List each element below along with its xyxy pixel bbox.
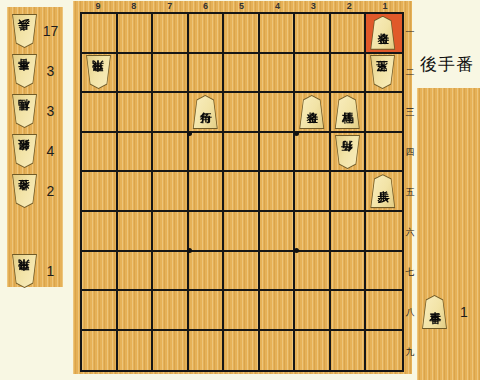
star-point (294, 248, 299, 253)
board-cell-9-4[interactable] (82, 133, 118, 173)
hand-count-香車: 1 (448, 304, 480, 320)
board-cell-8-4[interactable] (118, 133, 154, 173)
board-cell-9-7[interactable] (82, 252, 118, 292)
piece-kanji: 香車 (19, 55, 31, 80)
piece-kanji: 王将 (377, 56, 389, 81)
hand-slot-歩兵: 歩兵17 (7, 11, 63, 51)
piece-kanji: 角行 (200, 103, 212, 128)
board-cell-5-4[interactable] (224, 133, 260, 173)
board-cell-8-5[interactable] (118, 172, 154, 212)
board-cell-7-5[interactable] (153, 172, 189, 212)
file-label-9: 9 (80, 1, 116, 12)
board-cell-2-1[interactable] (331, 14, 367, 54)
board-cell-4-3[interactable] (260, 93, 296, 133)
board-cell-2-7[interactable] (331, 252, 367, 292)
file-label-7: 7 (152, 1, 188, 12)
piece-face: 金将 (370, 17, 395, 49)
board-cell-4-5[interactable] (260, 172, 296, 212)
file-label-2: 2 (331, 1, 367, 12)
board-cell-3-7[interactable] (295, 252, 331, 292)
hand-count-歩兵: 17 (38, 23, 63, 39)
board-cell-9-3[interactable] (82, 93, 118, 133)
board-cell-6-1[interactable] (189, 14, 225, 54)
shogi-piece-金将-gote[interactable]: 金将 (11, 174, 38, 208)
board-cell-4-8[interactable] (260, 291, 296, 331)
hand-slot-桂馬: 桂馬3 (7, 91, 63, 131)
board-cell-7-2[interactable] (153, 54, 189, 94)
shogi-piece-銀将-gote[interactable]: 銀将 (11, 134, 38, 168)
board-cell-2-9[interactable] (331, 331, 367, 371)
board-cell-8-9[interactable] (118, 331, 154, 371)
hand-count-金将: 2 (38, 183, 63, 199)
board-cell-7-4[interactable] (153, 133, 189, 173)
board-cell-9-9[interactable] (82, 331, 118, 371)
board-cell-1-7[interactable] (366, 252, 402, 292)
board-cell-4-4[interactable] (260, 133, 296, 173)
shogi-piece-桂馬-gote[interactable]: 桂馬 (11, 94, 38, 128)
hand-slot-銀将: 銀将4 (7, 131, 63, 171)
piece-kanji: 金将 (306, 103, 318, 128)
board-cell-2-2[interactable] (331, 54, 367, 94)
gote-hand-stand: 歩兵17香車3桂馬3銀将4金将2飛車1 (7, 7, 63, 287)
piece-face: 桂馬 (12, 95, 37, 127)
star-point (294, 131, 299, 136)
piece-kanji: 桂馬 (342, 103, 354, 128)
board-cell-5-1[interactable] (224, 14, 260, 54)
board-cell-5-2[interactable] (224, 54, 260, 94)
piece-kanji: 桂馬 (19, 95, 31, 120)
piece-face: 桂馬 (335, 96, 360, 128)
hand-slot-empty (417, 212, 480, 252)
shogi-diagram: 歩兵17香車3桂馬3銀将4金将2飛車1 987654321 金将王将飛車角行金将… (0, 0, 480, 380)
rank-label-6: 六 (405, 213, 415, 253)
board-block: 987654321 金将王将飛車角行金将桂馬角行歩兵 一二三四五六七八九 (73, 1, 412, 374)
turn-indicator: 後手番 (420, 53, 478, 76)
board-cell-9-8[interactable] (82, 291, 118, 331)
piece-kanji: 角行 (342, 136, 354, 161)
board-cell-6-8[interactable] (189, 291, 225, 331)
board-cell-8-1[interactable] (118, 14, 154, 54)
board-cell-6-5[interactable] (189, 172, 225, 212)
piece-kanji: 金将 (377, 24, 389, 49)
file-label-4: 4 (259, 1, 295, 12)
board-cell-3-1[interactable] (295, 14, 331, 54)
board-cell-5-7[interactable] (224, 252, 260, 292)
rank-label-4: 四 (405, 132, 415, 172)
board-cell-6-6[interactable] (189, 212, 225, 252)
board-cell-3-5[interactable] (295, 172, 331, 212)
hand-slot-empty (7, 211, 63, 251)
hand-slot-empty (417, 252, 480, 292)
shogi-piece-香車-gote[interactable]: 香車 (11, 54, 38, 88)
board-cell-9-5[interactable] (82, 172, 118, 212)
piece-face: 金将 (12, 175, 37, 207)
hand-count-銀将: 4 (38, 143, 63, 159)
board-cell-5-3[interactable] (224, 93, 260, 133)
board-cell-7-3[interactable] (153, 93, 189, 133)
rank-label-2: 二 (405, 52, 415, 92)
piece-face: 歩兵 (370, 175, 395, 207)
board-cell-9-1[interactable] (82, 14, 118, 54)
hand-slot-金将: 金将2 (7, 171, 63, 211)
piece-face: 歩兵 (12, 15, 37, 47)
board-cell-4-6[interactable] (260, 212, 296, 252)
board-cell-5-6[interactable] (224, 212, 260, 252)
rank-label-9: 九 (405, 333, 415, 373)
board-cell-6-2[interactable] (189, 54, 225, 94)
board-cell-7-7[interactable] (153, 252, 189, 292)
board-cell-5-5[interactable] (224, 172, 260, 212)
board-cell-4-9[interactable] (260, 331, 296, 371)
hand-slot-empty (417, 92, 480, 132)
piece-kanji: 香車 (429, 303, 441, 328)
rank-labels: 一二三四五六七八九 (405, 12, 415, 373)
file-label-3: 3 (295, 1, 331, 12)
board-cell-6-7[interactable] (189, 252, 225, 292)
piece-kanji: 歩兵 (377, 182, 389, 207)
board-cell-7-9[interactable] (153, 331, 189, 371)
board-cell-2-8[interactable] (331, 291, 367, 331)
shogi-piece-飛車-gote[interactable]: 飛車 (11, 254, 38, 288)
hand-slot-empty (417, 132, 480, 172)
sente-hand-stand: 香車1 (417, 88, 480, 380)
board-cell-2-5[interactable] (331, 172, 367, 212)
board-cell-7-8[interactable] (153, 291, 189, 331)
board-cell-1-8[interactable] (366, 291, 402, 331)
board-cell-3-2[interactable] (295, 54, 331, 94)
board-cell-2-6[interactable] (331, 212, 367, 252)
board-cell-3-9[interactable] (295, 331, 331, 371)
rank-label-5: 五 (405, 172, 415, 212)
rank-label-7: 七 (405, 253, 415, 293)
file-label-6: 6 (188, 1, 224, 12)
board-cell-6-4[interactable] (189, 133, 225, 173)
board-cell-4-1[interactable] (260, 14, 296, 54)
piece-face: 香車 (422, 296, 447, 328)
rank-label-1: 一 (405, 12, 415, 52)
board-cell-8-8[interactable] (118, 291, 154, 331)
board-cell-7-1[interactable] (153, 14, 189, 54)
board-cell-7-6[interactable] (153, 212, 189, 252)
rank-label-3: 三 (405, 92, 415, 132)
hand-slot-empty (417, 172, 480, 212)
piece-face: 飛車 (12, 255, 37, 287)
board-cell-1-3[interactable] (366, 93, 402, 133)
piece-kanji: 歩兵 (19, 15, 31, 40)
board-cell-4-7[interactable] (260, 252, 296, 292)
board-cell-9-6[interactable] (82, 212, 118, 252)
board-cell-8-7[interactable] (118, 252, 154, 292)
board-cell-1-6[interactable] (366, 212, 402, 252)
board-cell-4-2[interactable] (260, 54, 296, 94)
piece-kanji: 飛車 (19, 255, 31, 280)
board-cell-6-9[interactable] (189, 331, 225, 371)
file-label-1: 1 (367, 1, 403, 12)
hand-count-飛車: 1 (38, 263, 63, 279)
piece-face: 角行 (193, 96, 218, 128)
piece-face: 香車 (12, 55, 37, 87)
board-cell-8-2[interactable] (118, 54, 154, 94)
piece-face: 銀将 (12, 135, 37, 167)
hand-slot-香車: 香車1 (417, 292, 480, 332)
board-cell-3-4[interactable] (295, 133, 331, 173)
shogi-piece-香車-sente[interactable]: 香車 (421, 295, 448, 329)
hand-count-香車: 3 (38, 63, 63, 79)
rank-label-8: 八 (405, 293, 415, 333)
board-cell-3-6[interactable] (295, 212, 331, 252)
shogi-piece-歩兵-gote[interactable]: 歩兵 (11, 14, 38, 48)
board-cell-3-8[interactable] (295, 291, 331, 331)
board-cell-5-8[interactable] (224, 291, 260, 331)
piece-kanji: 金将 (19, 175, 31, 200)
board-cell-1-4[interactable] (366, 133, 402, 173)
file-label-5: 5 (224, 1, 260, 12)
piece-face: 金将 (299, 96, 324, 128)
hand-slot-香車: 香車3 (7, 51, 63, 91)
board-cell-8-3[interactable] (118, 93, 154, 133)
piece-kanji: 銀将 (19, 135, 31, 160)
hand-slot-飛車: 飛車1 (7, 251, 63, 291)
file-label-8: 8 (116, 1, 152, 12)
shogi-board: 金将王将飛車角行金将桂馬角行歩兵 (80, 12, 404, 372)
piece-kanji: 飛車 (93, 56, 105, 81)
hand-count-桂馬: 3 (38, 103, 63, 119)
board-cell-1-9[interactable] (366, 331, 402, 371)
board-cell-5-9[interactable] (224, 331, 260, 371)
board-cell-8-6[interactable] (118, 212, 154, 252)
hand-slot-empty (417, 332, 480, 372)
file-labels: 987654321 (80, 1, 403, 12)
